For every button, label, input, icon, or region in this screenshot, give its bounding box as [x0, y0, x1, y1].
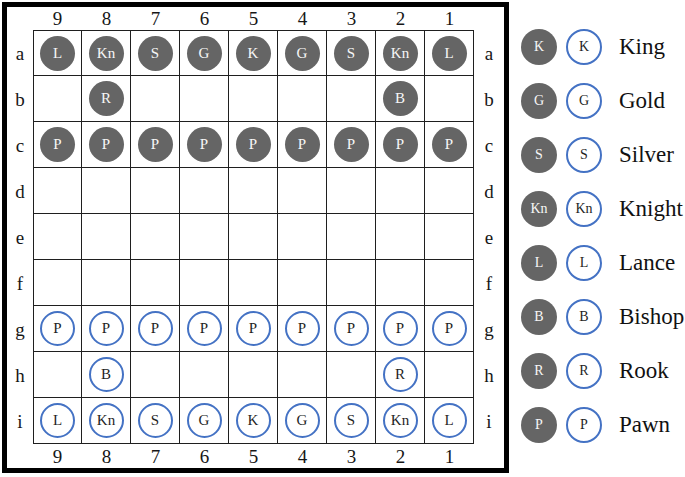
- cell-6e[interactable]: [180, 214, 229, 260]
- rank-label-right-c: c: [474, 122, 504, 168]
- cell-6b[interactable]: [180, 76, 229, 122]
- file-label-bottom-2: 2: [376, 444, 425, 468]
- cell-8c[interactable]: P: [82, 122, 131, 168]
- file-label-top-2: 2: [376, 7, 425, 30]
- piece-gote-g-6a[interactable]: G: [187, 36, 222, 71]
- cell-9i[interactable]: L: [33, 398, 82, 444]
- cell-3c[interactable]: P: [327, 122, 376, 168]
- piece-gote-l-1a[interactable]: L: [432, 36, 467, 71]
- legend-sente-silver-icon: S: [566, 137, 602, 173]
- piece-sente-l-1i[interactable]: L: [432, 403, 467, 438]
- cell-2i[interactable]: Kn: [376, 398, 425, 444]
- cell-4b[interactable]: [278, 76, 327, 122]
- legend-sente-king-icon: K: [566, 29, 602, 65]
- cell-3f[interactable]: [327, 260, 376, 306]
- rank-label-left-g: g: [7, 306, 33, 352]
- cell-4a[interactable]: G: [278, 30, 327, 76]
- cell-1g[interactable]: P: [425, 306, 474, 352]
- cell-1i[interactable]: L: [425, 398, 474, 444]
- cell-7a[interactable]: S: [131, 30, 180, 76]
- piece-gote-p-7c[interactable]: P: [138, 127, 173, 162]
- cell-5b[interactable]: [229, 76, 278, 122]
- piece-gote-s-7a[interactable]: S: [138, 36, 173, 71]
- file-label-top-7: 7: [131, 7, 180, 30]
- rank-label-left-c: c: [7, 122, 33, 168]
- piece-gote-k-5a[interactable]: K: [236, 36, 271, 71]
- cell-5a[interactable]: K: [229, 30, 278, 76]
- file-label-top-4: 4: [278, 7, 327, 30]
- piece-sente-p-4g[interactable]: P: [285, 311, 320, 346]
- piece-sente-k-5i[interactable]: K: [236, 403, 271, 438]
- piece-gote-kn-2a[interactable]: Kn: [383, 36, 418, 71]
- cell-1e[interactable]: [425, 214, 474, 260]
- cell-8g[interactable]: P: [82, 306, 131, 352]
- legend-gote-gold-icon: G: [521, 83, 557, 119]
- piece-sente-p-2g[interactable]: P: [383, 311, 418, 346]
- file-label-top-5: 5: [229, 7, 278, 30]
- cell-8e[interactable]: [82, 214, 131, 260]
- piece-sente-p-1g[interactable]: P: [432, 311, 467, 346]
- legend-name-pawn: Pawn: [619, 412, 670, 438]
- cell-1f[interactable]: [425, 260, 474, 306]
- piece-gote-s-3a[interactable]: S: [334, 36, 369, 71]
- piece-sente-s-3i[interactable]: S: [334, 403, 369, 438]
- cell-9a[interactable]: L: [33, 30, 82, 76]
- cell-5c[interactable]: P: [229, 122, 278, 168]
- piece-sente-b-8h[interactable]: B: [89, 357, 124, 392]
- cell-2f[interactable]: [376, 260, 425, 306]
- cell-2h[interactable]: R: [376, 352, 425, 398]
- cell-1c[interactable]: P: [425, 122, 474, 168]
- piece-gote-p-9c[interactable]: P: [40, 127, 75, 162]
- legend-sente-lance-icon: L: [566, 245, 602, 281]
- rank-label-left-i: i: [7, 398, 33, 444]
- cell-9b[interactable]: [33, 76, 82, 122]
- cell-6h[interactable]: [180, 352, 229, 398]
- piece-sente-p-5g[interactable]: P: [236, 311, 271, 346]
- cell-6c[interactable]: P: [180, 122, 229, 168]
- legend-row-silver: SSSilver: [521, 136, 684, 173]
- cell-9h[interactable]: [33, 352, 82, 398]
- cell-3e[interactable]: [327, 214, 376, 260]
- piece-gote-g-4a[interactable]: G: [285, 36, 320, 71]
- piece-gote-p-5c[interactable]: P: [236, 127, 271, 162]
- cell-7f[interactable]: [131, 260, 180, 306]
- cell-7e[interactable]: [131, 214, 180, 260]
- cell-8a[interactable]: Kn: [82, 30, 131, 76]
- rank-label-right-b: b: [474, 76, 504, 122]
- piece-gote-l-9a[interactable]: L: [40, 36, 75, 71]
- file-label-bottom-7: 7: [131, 444, 180, 468]
- legend-name-rook: Rook: [619, 358, 669, 384]
- cell-8h[interactable]: B: [82, 352, 131, 398]
- legend-row-bishop: BBBishop: [521, 298, 684, 335]
- cell-4e[interactable]: [278, 214, 327, 260]
- rank-label-left-h: h: [7, 352, 33, 398]
- legend-name-lance: Lance: [619, 250, 675, 276]
- legend-sente-pawn-icon: P: [566, 407, 602, 443]
- piece-sente-p-6g[interactable]: P: [187, 311, 222, 346]
- cell-7d[interactable]: [131, 168, 180, 214]
- file-label-top-8: 8: [82, 7, 131, 30]
- piece-gote-b-2b[interactable]: B: [383, 81, 418, 116]
- piece-sente-p-7g[interactable]: P: [138, 311, 173, 346]
- piece-sente-p-9g[interactable]: P: [40, 311, 75, 346]
- cell-7b[interactable]: [131, 76, 180, 122]
- rank-label-right-d: d: [474, 168, 504, 214]
- piece-gote-p-2c[interactable]: P: [383, 127, 418, 162]
- cell-5g[interactable]: P: [229, 306, 278, 352]
- cell-6a[interactable]: G: [180, 30, 229, 76]
- legend-gote-king-icon: K: [521, 29, 557, 65]
- cell-4g[interactable]: P: [278, 306, 327, 352]
- file-label-bottom-9: 9: [33, 444, 82, 468]
- cell-5d[interactable]: [229, 168, 278, 214]
- cell-3d[interactable]: [327, 168, 376, 214]
- file-label-bottom-3: 3: [327, 444, 376, 468]
- piece-sente-p-8g[interactable]: P: [89, 311, 124, 346]
- cell-5e[interactable]: [229, 214, 278, 260]
- cell-8b[interactable]: R: [82, 76, 131, 122]
- legend-gote-rook-icon: R: [521, 353, 557, 389]
- piece-sente-g-4i[interactable]: G: [285, 403, 320, 438]
- legend-gote-lance-icon: L: [521, 245, 557, 281]
- cell-8i[interactable]: Kn: [82, 398, 131, 444]
- cell-3g[interactable]: P: [327, 306, 376, 352]
- piece-sente-kn-2i[interactable]: Kn: [383, 403, 418, 438]
- cell-3a[interactable]: S: [327, 30, 376, 76]
- cell-6i[interactable]: G: [180, 398, 229, 444]
- legend-name-silver: Silver: [619, 142, 674, 168]
- cell-5i[interactable]: K: [229, 398, 278, 444]
- corner-spacer: [7, 444, 33, 468]
- cell-4f[interactable]: [278, 260, 327, 306]
- rank-label-right-i: i: [474, 398, 504, 444]
- rank-label-left-f: f: [7, 260, 33, 306]
- corner-spacer: [474, 444, 504, 468]
- rank-label-left-b: b: [7, 76, 33, 122]
- file-label-top-6: 6: [180, 7, 229, 30]
- cell-7i[interactable]: S: [131, 398, 180, 444]
- cell-9c[interactable]: P: [33, 122, 82, 168]
- file-label-bottom-8: 8: [82, 444, 131, 468]
- rank-label-right-a: a: [474, 30, 504, 76]
- rank-label-right-h: h: [474, 352, 504, 398]
- cell-4i[interactable]: G: [278, 398, 327, 444]
- piece-gote-r-8b[interactable]: R: [89, 81, 124, 116]
- cell-6d[interactable]: [180, 168, 229, 214]
- legend-name-knight: Knight: [619, 196, 683, 222]
- legend-row-king: KKKing: [521, 28, 684, 65]
- cell-2b[interactable]: B: [376, 76, 425, 122]
- cell-6f[interactable]: [180, 260, 229, 306]
- rank-label-right-e: e: [474, 214, 504, 260]
- cell-3b[interactable]: [327, 76, 376, 122]
- legend-sente-gold-icon: G: [566, 83, 602, 119]
- file-label-top-1: 1: [425, 7, 474, 30]
- legend-sente-knight-icon: Kn: [566, 191, 602, 227]
- cell-5h[interactable]: [229, 352, 278, 398]
- legend-row-lance: LLLance: [521, 244, 684, 281]
- rank-label-right-f: f: [474, 260, 504, 306]
- rank-label-left-a: a: [7, 30, 33, 76]
- cell-2g[interactable]: P: [376, 306, 425, 352]
- cell-6g[interactable]: P: [180, 306, 229, 352]
- cell-1h[interactable]: [425, 352, 474, 398]
- cell-4d[interactable]: [278, 168, 327, 214]
- legend-row-pawn: PPPawn: [521, 406, 684, 443]
- piece-gote-p-3c[interactable]: P: [334, 127, 369, 162]
- cell-2c[interactable]: P: [376, 122, 425, 168]
- page: 987654321987654321aabbccddeeffgghhiiLKnS…: [0, 0, 685, 477]
- piece-gote-p-8c[interactable]: P: [89, 127, 124, 162]
- piece-sente-s-7i[interactable]: S: [138, 403, 173, 438]
- cell-7h[interactable]: [131, 352, 180, 398]
- corner-spacer: [7, 7, 33, 30]
- legend-gote-knight-icon: Kn: [521, 191, 557, 227]
- file-label-bottom-4: 4: [278, 444, 327, 468]
- rank-label-left-e: e: [7, 214, 33, 260]
- cell-9g[interactable]: P: [33, 306, 82, 352]
- piece-sente-r-2h[interactable]: R: [383, 357, 418, 392]
- cell-3h[interactable]: [327, 352, 376, 398]
- legend-name-gold: Gold: [619, 88, 665, 114]
- piece-gote-kn-8a[interactable]: Kn: [89, 36, 124, 71]
- legend-sente-bishop-icon: B: [566, 299, 602, 335]
- legend-row-gold: GGGold: [521, 82, 684, 119]
- legend-gote-silver-icon: S: [521, 137, 557, 173]
- cell-1d[interactable]: [425, 168, 474, 214]
- cell-2d[interactable]: [376, 168, 425, 214]
- legend-name-king: King: [619, 34, 665, 60]
- legend-sente-rook-icon: R: [566, 353, 602, 389]
- piece-sente-l-9i[interactable]: L: [40, 403, 75, 438]
- legend-name-bishop: Bishop: [619, 304, 684, 330]
- file-label-top-9: 9: [33, 7, 82, 30]
- piece-sente-kn-8i[interactable]: Kn: [89, 403, 124, 438]
- file-label-bottom-1: 1: [425, 444, 474, 468]
- cell-1a[interactable]: L: [425, 30, 474, 76]
- legend-gote-pawn-icon: P: [521, 407, 557, 443]
- cell-2a[interactable]: Kn: [376, 30, 425, 76]
- cell-7c[interactable]: P: [131, 122, 180, 168]
- cell-3i[interactable]: S: [327, 398, 376, 444]
- piece-gote-p-1c[interactable]: P: [432, 127, 467, 162]
- piece-gote-p-4c[interactable]: P: [285, 127, 320, 162]
- legend-row-knight: KnKnKnight: [521, 190, 684, 227]
- file-label-top-3: 3: [327, 7, 376, 30]
- shogi-board: 987654321987654321aabbccddeeffgghhiiLKnS…: [2, 2, 509, 473]
- file-label-bottom-5: 5: [229, 444, 278, 468]
- rank-label-right-g: g: [474, 306, 504, 352]
- cell-2e[interactable]: [376, 214, 425, 260]
- rank-label-left-d: d: [7, 168, 33, 214]
- cell-5f[interactable]: [229, 260, 278, 306]
- cell-8f[interactable]: [82, 260, 131, 306]
- legend-row-rook: RRRook: [521, 352, 684, 389]
- piece-sente-g-6i[interactable]: G: [187, 403, 222, 438]
- cell-7g[interactable]: P: [131, 306, 180, 352]
- cell-4h[interactable]: [278, 352, 327, 398]
- file-label-bottom-6: 6: [180, 444, 229, 468]
- cell-9f[interactable]: [33, 260, 82, 306]
- cell-4c[interactable]: P: [278, 122, 327, 168]
- legend-gote-bishop-icon: B: [521, 299, 557, 335]
- corner-spacer: [474, 7, 504, 30]
- cell-9e[interactable]: [33, 214, 82, 260]
- legend: KKKingGGGoldSSSilverKnKnKnightLLLanceBBB…: [521, 28, 684, 443]
- cell-9d[interactable]: [33, 168, 82, 214]
- cell-1b[interactable]: [425, 76, 474, 122]
- cell-8d[interactable]: [82, 168, 131, 214]
- piece-gote-p-6c[interactable]: P: [187, 127, 222, 162]
- piece-sente-p-3g[interactable]: P: [334, 311, 369, 346]
